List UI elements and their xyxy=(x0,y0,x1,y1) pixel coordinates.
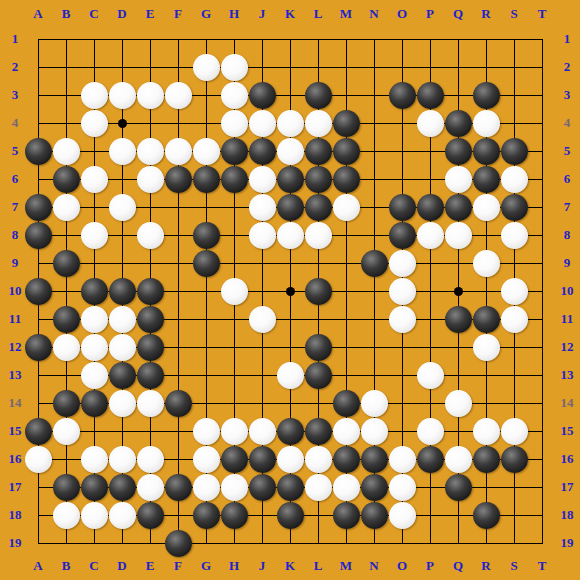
stone-black-M4[interactable] xyxy=(333,110,360,137)
coord-row-left-9: 9 xyxy=(1,256,29,270)
stone-white-R12[interactable] xyxy=(473,334,500,361)
stone-black-K17[interactable] xyxy=(277,474,304,501)
stone-white-H10[interactable] xyxy=(221,278,248,305)
stone-black-R5[interactable] xyxy=(473,138,500,165)
stone-white-B12[interactable] xyxy=(53,334,80,361)
coord-row-left-15: 15 xyxy=(1,424,29,438)
stone-white-Q6[interactable] xyxy=(445,166,472,193)
stone-white-N15[interactable] xyxy=(361,418,388,445)
stone-black-M18[interactable] xyxy=(333,502,360,529)
stone-white-C18[interactable] xyxy=(81,502,108,529)
stone-white-E17[interactable] xyxy=(137,474,164,501)
stone-black-G18[interactable] xyxy=(193,502,220,529)
stone-white-E3[interactable] xyxy=(137,82,164,109)
stone-white-Q14[interactable] xyxy=(445,390,472,417)
coord-row-right-14: 14 xyxy=(553,396,580,410)
stone-white-C8[interactable] xyxy=(81,222,108,249)
stone-white-G2[interactable] xyxy=(193,54,220,81)
stone-black-J3[interactable] xyxy=(249,82,276,109)
coord-row-left-11: 11 xyxy=(1,312,29,326)
stone-white-S6[interactable] xyxy=(501,166,528,193)
stone-white-Q16[interactable] xyxy=(445,446,472,473)
stone-black-N9[interactable] xyxy=(361,250,388,277)
coord-column-bottom-H: H xyxy=(220,559,248,573)
stone-white-R7[interactable] xyxy=(473,194,500,221)
stone-black-H16[interactable] xyxy=(221,446,248,473)
stone-black-L5[interactable] xyxy=(305,138,332,165)
stone-black-M14[interactable] xyxy=(333,390,360,417)
stone-white-C6[interactable] xyxy=(81,166,108,193)
stone-black-M6[interactable] xyxy=(333,166,360,193)
stone-black-J17[interactable] xyxy=(249,474,276,501)
coord-column-top-F: F xyxy=(164,7,192,21)
stone-black-N18[interactable] xyxy=(361,502,388,529)
coord-column-bottom-K: K xyxy=(276,559,304,573)
stone-white-S8[interactable] xyxy=(501,222,528,249)
stone-white-J8[interactable] xyxy=(249,222,276,249)
coord-row-right-4: 4 xyxy=(553,116,580,130)
coord-row-right-5: 5 xyxy=(553,144,580,158)
coord-row-right-10: 10 xyxy=(553,284,580,298)
stone-black-P3[interactable] xyxy=(417,82,444,109)
stone-black-L13[interactable] xyxy=(305,362,332,389)
coord-column-top-N: N xyxy=(360,7,388,21)
star-point xyxy=(118,119,127,128)
coord-row-left-16: 16 xyxy=(1,452,29,466)
stone-black-K7[interactable] xyxy=(277,194,304,221)
coord-column-top-P: P xyxy=(416,7,444,21)
stone-white-L8[interactable] xyxy=(305,222,332,249)
coord-row-right-18: 18 xyxy=(553,508,580,522)
stone-white-L17[interactable] xyxy=(305,474,332,501)
stone-white-H2[interactable] xyxy=(221,54,248,81)
stone-black-L10[interactable] xyxy=(305,278,332,305)
coord-row-right-2: 2 xyxy=(553,60,580,74)
stone-white-B5[interactable] xyxy=(53,138,80,165)
coord-column-bottom-O: O xyxy=(388,559,416,573)
coord-row-left-4: 4 xyxy=(1,116,29,130)
stone-white-E8[interactable] xyxy=(137,222,164,249)
coord-row-right-8: 8 xyxy=(553,228,580,242)
stone-white-P4[interactable] xyxy=(417,110,444,137)
coord-row-right-11: 11 xyxy=(553,312,580,326)
coord-row-left-7: 7 xyxy=(1,200,29,214)
stone-white-D12[interactable] xyxy=(109,334,136,361)
coord-column-bottom-A: A xyxy=(24,559,52,573)
stone-white-J15[interactable] xyxy=(249,418,276,445)
stone-white-G5[interactable] xyxy=(193,138,220,165)
coord-column-bottom-L: L xyxy=(304,559,332,573)
stone-white-O16[interactable] xyxy=(389,446,416,473)
stone-white-D11[interactable] xyxy=(109,306,136,333)
stone-white-E5[interactable] xyxy=(137,138,164,165)
stone-white-H4[interactable] xyxy=(221,110,248,137)
stone-white-E16[interactable] xyxy=(137,446,164,473)
coord-row-left-8: 8 xyxy=(1,228,29,242)
stone-black-H18[interactable] xyxy=(221,502,248,529)
coord-row-right-17: 17 xyxy=(553,480,580,494)
coord-row-left-10: 10 xyxy=(1,284,29,298)
coord-row-right-3: 3 xyxy=(553,88,580,102)
stone-black-F17[interactable] xyxy=(165,474,192,501)
coord-row-left-5: 5 xyxy=(1,144,29,158)
coord-column-bottom-E: E xyxy=(136,559,164,573)
coord-column-top-B: B xyxy=(52,7,80,21)
coord-row-left-19: 19 xyxy=(1,536,29,550)
coord-column-bottom-T: T xyxy=(528,559,556,573)
stone-black-S16[interactable] xyxy=(501,446,528,473)
stone-black-K15[interactable] xyxy=(277,418,304,445)
stone-black-H6[interactable] xyxy=(221,166,248,193)
stone-black-D13[interactable] xyxy=(109,362,136,389)
stone-black-L15[interactable] xyxy=(305,418,332,445)
coord-row-right-1: 1 xyxy=(553,32,580,46)
stone-black-L6[interactable] xyxy=(305,166,332,193)
coord-column-bottom-M: M xyxy=(332,559,360,573)
stone-white-H15[interactable] xyxy=(221,418,248,445)
coord-column-top-A: A xyxy=(24,7,52,21)
coord-column-bottom-S: S xyxy=(500,559,528,573)
stone-white-S15[interactable] xyxy=(501,418,528,445)
stone-white-K5[interactable] xyxy=(277,138,304,165)
stone-black-G8[interactable] xyxy=(193,222,220,249)
stone-black-Q4[interactable] xyxy=(445,110,472,137)
stone-black-G9[interactable] xyxy=(193,250,220,277)
coord-column-top-M: M xyxy=(332,7,360,21)
stone-black-M16[interactable] xyxy=(333,446,360,473)
stone-white-J11[interactable] xyxy=(249,306,276,333)
stone-white-R15[interactable] xyxy=(473,418,500,445)
coord-row-left-13: 13 xyxy=(1,368,29,382)
stone-black-R11[interactable] xyxy=(473,306,500,333)
coord-row-left-1: 1 xyxy=(1,32,29,46)
coord-column-bottom-F: F xyxy=(164,559,192,573)
stone-black-D17[interactable] xyxy=(109,474,136,501)
stone-white-S10[interactable] xyxy=(501,278,528,305)
stone-black-B6[interactable] xyxy=(53,166,80,193)
coord-row-left-3: 3 xyxy=(1,88,29,102)
stone-black-M5[interactable] xyxy=(333,138,360,165)
stone-white-G17[interactable] xyxy=(193,474,220,501)
stone-black-Q7[interactable] xyxy=(445,194,472,221)
coord-row-right-12: 12 xyxy=(553,340,580,354)
coord-column-top-C: C xyxy=(80,7,108,21)
stone-black-E10[interactable] xyxy=(137,278,164,305)
stone-black-F14[interactable] xyxy=(165,390,192,417)
coord-row-left-12: 12 xyxy=(1,340,29,354)
coord-row-left-17: 17 xyxy=(1,480,29,494)
stone-black-K18[interactable] xyxy=(277,502,304,529)
go-board[interactable]: AABBCCDDEEFFGGHHJJKKLLMMNNOOPPQQRRSSTT11… xyxy=(0,0,580,580)
stone-black-B17[interactable] xyxy=(53,474,80,501)
coord-column-top-E: E xyxy=(136,7,164,21)
stone-white-D14[interactable] xyxy=(109,390,136,417)
stone-white-B18[interactable] xyxy=(53,502,80,529)
stone-white-J6[interactable] xyxy=(249,166,276,193)
coord-row-left-6: 6 xyxy=(1,172,29,186)
stone-black-J5[interactable] xyxy=(249,138,276,165)
stone-white-K8[interactable] xyxy=(277,222,304,249)
stone-white-H3[interactable] xyxy=(221,82,248,109)
coord-column-bottom-J: J xyxy=(248,559,276,573)
stone-black-E11[interactable] xyxy=(137,306,164,333)
stone-white-R4[interactable] xyxy=(473,110,500,137)
coord-column-bottom-D: D xyxy=(108,559,136,573)
stone-white-D18[interactable] xyxy=(109,502,136,529)
stone-white-P8[interactable] xyxy=(417,222,444,249)
stone-white-D16[interactable] xyxy=(109,446,136,473)
coord-row-right-6: 6 xyxy=(553,172,580,186)
stone-black-L3[interactable] xyxy=(305,82,332,109)
stone-white-M7[interactable] xyxy=(333,194,360,221)
star-point xyxy=(454,287,463,296)
coord-column-top-L: L xyxy=(304,7,332,21)
stone-black-R3[interactable] xyxy=(473,82,500,109)
coord-column-bottom-Q: Q xyxy=(444,559,472,573)
stone-white-K16[interactable] xyxy=(277,446,304,473)
stone-black-L7[interactable] xyxy=(305,194,332,221)
coord-row-right-9: 9 xyxy=(553,256,580,270)
stone-white-G15[interactable] xyxy=(193,418,220,445)
stone-white-Q8[interactable] xyxy=(445,222,472,249)
stone-white-R9[interactable] xyxy=(473,250,500,277)
coord-column-bottom-R: R xyxy=(472,559,500,573)
stone-white-M15[interactable] xyxy=(333,418,360,445)
stone-black-C10[interactable] xyxy=(81,278,108,305)
stone-white-O9[interactable] xyxy=(389,250,416,277)
stone-white-K13[interactable] xyxy=(277,362,304,389)
coord-row-right-7: 7 xyxy=(553,200,580,214)
stone-white-J4[interactable] xyxy=(249,110,276,137)
stone-black-O3[interactable] xyxy=(389,82,416,109)
stone-white-B7[interactable] xyxy=(53,194,80,221)
coord-row-left-14: 14 xyxy=(1,396,29,410)
stone-white-K4[interactable] xyxy=(277,110,304,137)
stone-white-F3[interactable] xyxy=(165,82,192,109)
grid-line-horizontal xyxy=(38,543,543,544)
coord-column-bottom-P: P xyxy=(416,559,444,573)
coord-column-top-S: S xyxy=(500,7,528,21)
coord-column-bottom-B: B xyxy=(52,559,80,573)
stone-white-B15[interactable] xyxy=(53,418,80,445)
coord-row-left-18: 18 xyxy=(1,508,29,522)
stone-white-H17[interactable] xyxy=(221,474,248,501)
stone-white-C16[interactable] xyxy=(81,446,108,473)
stone-white-G16[interactable] xyxy=(193,446,220,473)
coord-column-top-G: G xyxy=(192,7,220,21)
coord-column-top-R: R xyxy=(472,7,500,21)
stone-black-P16[interactable] xyxy=(417,446,444,473)
stone-white-C11[interactable] xyxy=(81,306,108,333)
star-point xyxy=(286,287,295,296)
stone-white-L16[interactable] xyxy=(305,446,332,473)
stone-black-B14[interactable] xyxy=(53,390,80,417)
stone-black-E13[interactable] xyxy=(137,362,164,389)
coord-row-right-13: 13 xyxy=(553,368,580,382)
coord-column-bottom-C: C xyxy=(80,559,108,573)
coord-column-top-H: H xyxy=(220,7,248,21)
coord-row-right-19: 19 xyxy=(553,536,580,550)
coord-column-top-D: D xyxy=(108,7,136,21)
coord-row-left-2: 2 xyxy=(1,60,29,74)
stone-black-C17[interactable] xyxy=(81,474,108,501)
stone-white-O18[interactable] xyxy=(389,502,416,529)
stone-white-D3[interactable] xyxy=(109,82,136,109)
stone-black-C14[interactable] xyxy=(81,390,108,417)
stone-white-E6[interactable] xyxy=(137,166,164,193)
stone-white-M17[interactable] xyxy=(333,474,360,501)
coord-row-right-16: 16 xyxy=(553,452,580,466)
coord-column-top-K: K xyxy=(276,7,304,21)
stone-black-H5[interactable] xyxy=(221,138,248,165)
stone-black-F6[interactable] xyxy=(165,166,192,193)
stone-white-F5[interactable] xyxy=(165,138,192,165)
stone-white-P13[interactable] xyxy=(417,362,444,389)
stone-black-D10[interactable] xyxy=(109,278,136,305)
coord-column-top-T: T xyxy=(528,7,556,21)
stone-white-P15[interactable] xyxy=(417,418,444,445)
coord-column-bottom-G: G xyxy=(192,559,220,573)
stone-black-N17[interactable] xyxy=(361,474,388,501)
stone-white-C4[interactable] xyxy=(81,110,108,137)
stone-black-L12[interactable] xyxy=(305,334,332,361)
stone-black-R16[interactable] xyxy=(473,446,500,473)
coord-column-bottom-N: N xyxy=(360,559,388,573)
stone-white-C3[interactable] xyxy=(81,82,108,109)
stone-white-O10[interactable] xyxy=(389,278,416,305)
stone-black-N16[interactable] xyxy=(361,446,388,473)
stone-black-B9[interactable] xyxy=(53,250,80,277)
stone-black-S7[interactable] xyxy=(501,194,528,221)
stone-white-O11[interactable] xyxy=(389,306,416,333)
stone-black-B11[interactable] xyxy=(53,306,80,333)
stone-white-C12[interactable] xyxy=(81,334,108,361)
stone-black-P7[interactable] xyxy=(417,194,444,221)
stone-black-Q17[interactable] xyxy=(445,474,472,501)
stone-black-Q11[interactable] xyxy=(445,306,472,333)
stone-black-J16[interactable] xyxy=(249,446,276,473)
stone-white-N14[interactable] xyxy=(361,390,388,417)
stone-black-K6[interactable] xyxy=(277,166,304,193)
coord-row-right-15: 15 xyxy=(553,424,580,438)
stone-black-G6[interactable] xyxy=(193,166,220,193)
stone-black-R18[interactable] xyxy=(473,502,500,529)
stone-black-O8[interactable] xyxy=(389,222,416,249)
coord-column-top-J: J xyxy=(248,7,276,21)
stone-white-D7[interactable] xyxy=(109,194,136,221)
stone-black-E12[interactable] xyxy=(137,334,164,361)
stone-black-S5[interactable] xyxy=(501,138,528,165)
stone-black-O7[interactable] xyxy=(389,194,416,221)
stone-black-R6[interactable] xyxy=(473,166,500,193)
stone-white-L4[interactable] xyxy=(305,110,332,137)
coord-column-top-Q: Q xyxy=(444,7,472,21)
stone-white-J7[interactable] xyxy=(249,194,276,221)
stone-white-D5[interactable] xyxy=(109,138,136,165)
stone-black-Q5[interactable] xyxy=(445,138,472,165)
coord-column-top-O: O xyxy=(388,7,416,21)
stone-white-O17[interactable] xyxy=(389,474,416,501)
stone-black-F19[interactable] xyxy=(165,530,192,557)
stone-white-S11[interactable] xyxy=(501,306,528,333)
stone-white-C13[interactable] xyxy=(81,362,108,389)
stone-white-E14[interactable] xyxy=(137,390,164,417)
stone-black-E18[interactable] xyxy=(137,502,164,529)
grid-line-vertical xyxy=(542,39,543,544)
